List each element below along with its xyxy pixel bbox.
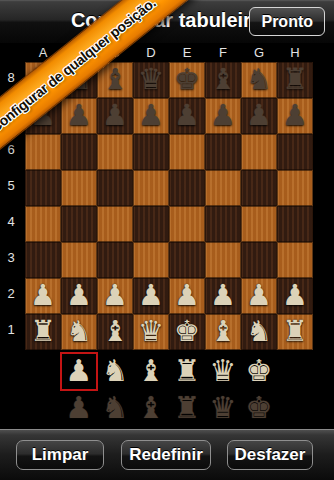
rank-label-5: 5 bbox=[0, 170, 22, 206]
square-h7[interactable]: ♟ bbox=[277, 98, 313, 134]
square-h6[interactable] bbox=[277, 134, 313, 170]
tray-black-queen[interactable]: ♛ bbox=[205, 390, 241, 427]
black-bishop: ♝ bbox=[205, 62, 241, 98]
tray-black-pawn[interactable]: ♟ bbox=[61, 390, 97, 427]
white-knight: ♞ bbox=[97, 353, 133, 390]
square-e6[interactable] bbox=[169, 134, 205, 170]
square-c4[interactable] bbox=[97, 206, 133, 242]
square-e4[interactable] bbox=[169, 206, 205, 242]
tray-white-bishop[interactable]: ♝ bbox=[133, 353, 169, 390]
square-f8[interactable]: ♝ bbox=[205, 62, 241, 98]
square-a6[interactable] bbox=[25, 134, 61, 170]
white-queen: ♛ bbox=[133, 314, 169, 350]
square-g4[interactable] bbox=[241, 206, 277, 242]
white-bishop: ♝ bbox=[97, 314, 133, 350]
black-pawn: ♟ bbox=[241, 98, 277, 134]
square-f1[interactable]: ♝ bbox=[205, 314, 241, 350]
file-label-e: E bbox=[169, 44, 205, 61]
white-rook: ♜ bbox=[25, 314, 61, 350]
square-d7[interactable]: ♟ bbox=[133, 98, 169, 134]
white-pawn: ♟ bbox=[97, 278, 133, 314]
tray-black-king[interactable]: ♚ bbox=[241, 390, 277, 427]
square-g2[interactable]: ♟ bbox=[241, 278, 277, 314]
file-label-f: F bbox=[205, 44, 241, 61]
square-b2[interactable]: ♟ bbox=[61, 278, 97, 314]
square-g3[interactable] bbox=[241, 242, 277, 278]
square-d3[interactable] bbox=[133, 242, 169, 278]
white-bishop: ♝ bbox=[133, 353, 169, 390]
square-h1[interactable]: ♜ bbox=[277, 314, 313, 350]
tray-white-rook[interactable]: ♜ bbox=[169, 353, 205, 390]
square-h3[interactable] bbox=[277, 242, 313, 278]
white-pawn: ♟ bbox=[241, 278, 277, 314]
square-b4[interactable] bbox=[61, 206, 97, 242]
black-knight: ♞ bbox=[241, 62, 277, 98]
chess-board: ♜♞♝♛♚♝♞♜♟♟♟♟♟♟♟♟♟♟♟♟♟♟♟♟♜♞♝♛♚♝♞♜ bbox=[25, 62, 313, 350]
square-e2[interactable]: ♟ bbox=[169, 278, 205, 314]
square-c5[interactable] bbox=[97, 170, 133, 206]
square-h5[interactable] bbox=[277, 170, 313, 206]
tray-white-king[interactable]: ♚ bbox=[241, 353, 277, 390]
tray-black-knight[interactable]: ♞ bbox=[97, 390, 133, 427]
square-e1[interactable]: ♚ bbox=[169, 314, 205, 350]
black-pawn: ♟ bbox=[277, 98, 313, 134]
square-b5[interactable] bbox=[61, 170, 97, 206]
white-king: ♚ bbox=[169, 314, 205, 350]
tray-black-rook[interactable]: ♜ bbox=[169, 390, 205, 427]
square-b1[interactable]: ♞ bbox=[61, 314, 97, 350]
white-knight: ♞ bbox=[61, 314, 97, 350]
white-pawn: ♟ bbox=[61, 353, 97, 390]
square-d4[interactable] bbox=[133, 206, 169, 242]
black-pawn: ♟ bbox=[169, 98, 205, 134]
square-b6[interactable] bbox=[61, 134, 97, 170]
square-h4[interactable] bbox=[277, 206, 313, 242]
rank-label-2: 2 bbox=[0, 278, 22, 314]
clear-button[interactable]: Limpar bbox=[16, 440, 104, 470]
piece-tray: ♟♞♝♜♛♚♟♞♝♜♛♚ bbox=[61, 353, 277, 427]
square-c2[interactable]: ♟ bbox=[97, 278, 133, 314]
black-bishop: ♝ bbox=[133, 390, 169, 427]
black-pawn: ♟ bbox=[61, 98, 97, 134]
square-f5[interactable] bbox=[205, 170, 241, 206]
black-king: ♚ bbox=[169, 62, 205, 98]
square-g1[interactable]: ♞ bbox=[241, 314, 277, 350]
white-pawn: ♟ bbox=[25, 278, 61, 314]
square-e5[interactable] bbox=[169, 170, 205, 206]
file-label-h: H bbox=[277, 44, 313, 61]
square-a5[interactable] bbox=[25, 170, 61, 206]
square-d8[interactable]: ♛ bbox=[133, 62, 169, 98]
square-f4[interactable] bbox=[205, 206, 241, 242]
square-a1[interactable]: ♜ bbox=[25, 314, 61, 350]
file-label-d: D bbox=[133, 44, 169, 61]
square-g5[interactable] bbox=[241, 170, 277, 206]
square-c1[interactable]: ♝ bbox=[97, 314, 133, 350]
square-f6[interactable] bbox=[205, 134, 241, 170]
square-a2[interactable]: ♟ bbox=[25, 278, 61, 314]
black-pawn: ♟ bbox=[133, 98, 169, 134]
square-h2[interactable]: ♟ bbox=[277, 278, 313, 314]
white-bishop: ♝ bbox=[205, 314, 241, 350]
white-king: ♚ bbox=[241, 353, 277, 390]
square-d6[interactable] bbox=[133, 134, 169, 170]
white-queen: ♛ bbox=[205, 353, 241, 390]
tray-white-pawn-selected[interactable]: ♟ bbox=[61, 353, 97, 390]
square-c3[interactable] bbox=[97, 242, 133, 278]
square-f3[interactable] bbox=[205, 242, 241, 278]
square-e3[interactable] bbox=[169, 242, 205, 278]
reset-button[interactable]: Redefinir bbox=[121, 440, 211, 470]
square-c6[interactable] bbox=[97, 134, 133, 170]
black-queen: ♛ bbox=[205, 390, 241, 427]
white-knight: ♞ bbox=[241, 314, 277, 350]
square-e7[interactable]: ♟ bbox=[169, 98, 205, 134]
white-pawn: ♟ bbox=[205, 278, 241, 314]
black-pawn: ♟ bbox=[61, 390, 97, 427]
done-button[interactable]: Pronto bbox=[249, 7, 325, 36]
square-d1[interactable]: ♛ bbox=[133, 314, 169, 350]
square-h8[interactable]: ♜ bbox=[277, 62, 313, 98]
rank-label-3: 3 bbox=[0, 242, 22, 278]
square-f7[interactable]: ♟ bbox=[205, 98, 241, 134]
square-c7[interactable]: ♟ bbox=[97, 98, 133, 134]
tray-white-queen[interactable]: ♛ bbox=[205, 353, 241, 390]
white-pawn: ♟ bbox=[277, 278, 313, 314]
white-rook: ♜ bbox=[277, 314, 313, 350]
white-pawn: ♟ bbox=[133, 278, 169, 314]
black-king: ♚ bbox=[241, 390, 277, 427]
square-g7[interactable]: ♟ bbox=[241, 98, 277, 134]
square-d2[interactable]: ♟ bbox=[133, 278, 169, 314]
black-pawn: ♟ bbox=[97, 98, 133, 134]
white-rook: ♜ bbox=[169, 353, 205, 390]
white-pawn: ♟ bbox=[61, 278, 97, 314]
screen: ABCDEFGH 87654321 ♜♞♝♛♚♝♞♜♟♟♟♟♟♟♟♟♟♟♟♟♟♟… bbox=[0, 0, 334, 480]
bottom-toolbar: Limpar Redefinir Desfazer bbox=[0, 429, 334, 480]
tray-white-knight[interactable]: ♞ bbox=[97, 353, 133, 390]
white-pawn: ♟ bbox=[169, 278, 205, 314]
square-b7[interactable]: ♟ bbox=[61, 98, 97, 134]
black-queen: ♛ bbox=[133, 62, 169, 98]
file-label-g: G bbox=[241, 44, 277, 61]
black-pawn: ♟ bbox=[205, 98, 241, 134]
rank-label-1: 1 bbox=[0, 314, 22, 350]
black-rook: ♜ bbox=[169, 390, 205, 427]
square-g8[interactable]: ♞ bbox=[241, 62, 277, 98]
undo-button[interactable]: Desfazer bbox=[227, 440, 313, 470]
square-b3[interactable] bbox=[61, 242, 97, 278]
square-a3[interactable] bbox=[25, 242, 61, 278]
rank-label-4: 4 bbox=[0, 206, 22, 242]
square-e8[interactable]: ♚ bbox=[169, 62, 205, 98]
black-knight: ♞ bbox=[97, 390, 133, 427]
square-f2[interactable]: ♟ bbox=[205, 278, 241, 314]
tray-black-bishop[interactable]: ♝ bbox=[133, 390, 169, 427]
square-d5[interactable] bbox=[133, 170, 169, 206]
square-g6[interactable] bbox=[241, 134, 277, 170]
black-rook: ♜ bbox=[277, 62, 313, 98]
square-a4[interactable] bbox=[25, 206, 61, 242]
